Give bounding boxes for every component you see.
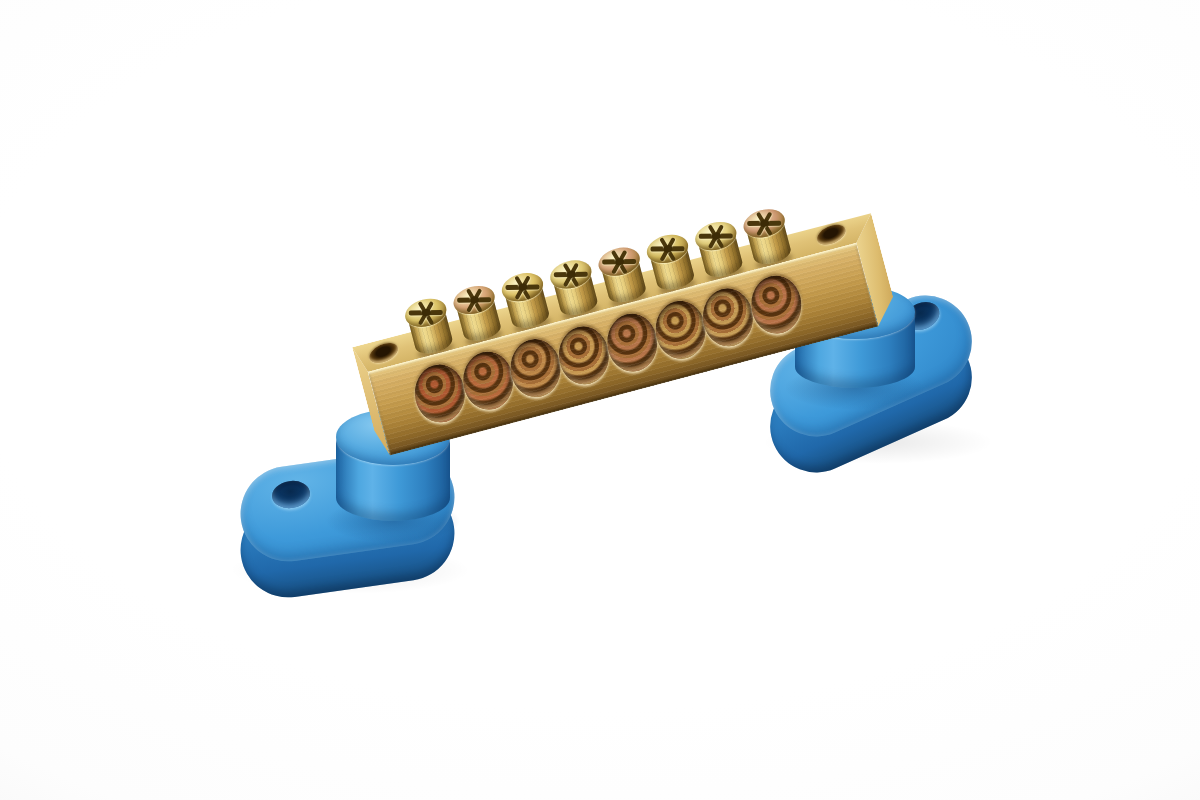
wire-hole-7 [702, 287, 755, 347]
product-photo-stage [0, 0, 1200, 800]
wire-hole-2 [461, 350, 514, 410]
wire-hole-1 [413, 363, 466, 423]
wire-hole-4 [558, 325, 611, 385]
wire-hole-8 [750, 274, 803, 334]
wire-hole-5 [606, 312, 659, 372]
wire-hole-6 [654, 300, 707, 360]
wire-hole-3 [510, 338, 563, 398]
